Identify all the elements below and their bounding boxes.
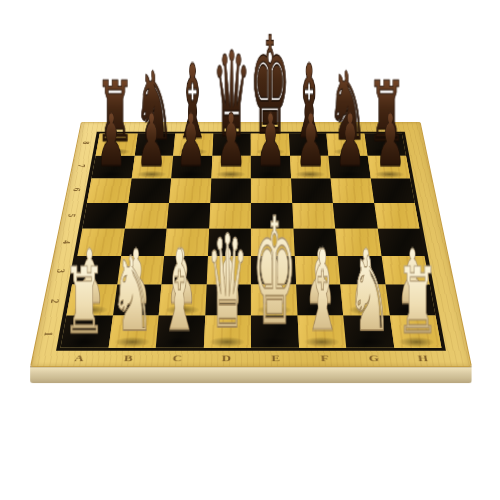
square-f7: ♟ — [290, 155, 331, 178]
square-b4 — [121, 228, 167, 255]
rank-label-1: 1 — [23, 326, 74, 341]
square-h4 — [377, 228, 424, 255]
chess-board: 87654321 ABCDEFGH ♜♞♝♛♚♝♞♜♟♟♟♟♟♟♟♟♟♟♟♟♟♟… — [30, 122, 472, 367]
square-f4 — [293, 228, 338, 255]
square-h8: ♜ — [364, 134, 406, 156]
board-side-edge — [30, 366, 472, 383]
square-g5 — [333, 203, 378, 229]
square-c7: ♟ — [171, 155, 212, 178]
square-b2: ♟ — [113, 284, 162, 315]
rank-label-6: 6 — [55, 184, 98, 195]
file-label-e: E — [251, 351, 300, 367]
rank-label-3: 3 — [37, 264, 85, 277]
square-f5 — [292, 203, 335, 229]
rank-label-7: 7 — [60, 160, 102, 170]
square-f8: ♝ — [289, 134, 329, 156]
rank-label-5: 5 — [49, 209, 94, 221]
square-c2: ♟ — [159, 284, 207, 315]
square-g2: ♟ — [340, 284, 389, 315]
black-king: ♚ — [250, 20, 290, 155]
file-label-b: B — [103, 351, 154, 367]
square-g7: ♟ — [328, 155, 370, 178]
square-d6 — [210, 178, 251, 202]
square-h7: ♟ — [367, 155, 410, 178]
square-f1: ♝ — [297, 315, 346, 348]
square-e8: ♚ — [251, 134, 290, 156]
rank-label-2: 2 — [30, 294, 79, 308]
black-queen: ♛ — [212, 37, 250, 154]
square-h1: ♜ — [389, 315, 441, 348]
black-knight: ♞ — [328, 60, 368, 154]
square-c3 — [161, 256, 207, 285]
black-rook: ♜ — [367, 71, 406, 154]
square-d5 — [209, 203, 251, 229]
file-label-f: F — [300, 351, 350, 367]
square-d4 — [208, 228, 251, 255]
square-b1: ♞ — [108, 315, 159, 348]
board-grid: ♜♞♝♛♚♝♞♜♟♟♟♟♟♟♟♟♟♟♟♟♟♟♟♟♜♞♝♛♚♝♞♜ — [56, 132, 446, 351]
file-label-c: C — [152, 351, 202, 367]
square-g6 — [331, 178, 374, 202]
black-bishop: ♝ — [292, 52, 327, 154]
square-c1: ♝ — [156, 315, 205, 348]
file-label-d: D — [202, 351, 251, 367]
square-e7: ♟ — [251, 155, 291, 178]
square-f2: ♟ — [296, 284, 344, 315]
square-c5 — [167, 203, 210, 229]
file-label-a: A — [53, 351, 105, 367]
square-e3 — [251, 256, 296, 285]
rank-label-4: 4 — [43, 236, 89, 248]
square-b3 — [117, 256, 164, 285]
file-labels: ABCDEFGH — [53, 351, 449, 367]
square-b8: ♞ — [134, 134, 175, 156]
black-knight: ♞ — [134, 60, 174, 154]
square-g3 — [338, 256, 385, 285]
square-h2: ♟ — [385, 284, 435, 315]
square-e2: ♟ — [251, 284, 297, 315]
square-b7: ♟ — [131, 155, 173, 178]
file-label-g: G — [348, 351, 399, 367]
chess-set-photo: 87654321 ABCDEFGH ♜♞♝♛♚♝♞♜♟♟♟♟♟♟♟♟♟♟♟♟♟♟… — [0, 0, 500, 500]
square-d3 — [206, 256, 251, 285]
square-h6 — [370, 178, 414, 202]
square-b5 — [124, 203, 168, 229]
square-e1: ♚ — [251, 315, 299, 348]
black-bishop: ♝ — [175, 52, 210, 154]
square-c4 — [164, 228, 209, 255]
square-g4 — [335, 228, 381, 255]
square-d2: ♟ — [205, 284, 251, 315]
square-d7: ♟ — [211, 155, 251, 178]
square-d8: ♛ — [212, 134, 251, 156]
rank-label-8: 8 — [66, 138, 107, 148]
square-g1: ♞ — [343, 315, 394, 348]
square-h5 — [374, 203, 420, 229]
square-f6 — [291, 178, 333, 202]
square-e6 — [251, 178, 292, 202]
square-b6 — [128, 178, 171, 202]
square-e4 — [251, 228, 294, 255]
file-label-h: H — [397, 351, 449, 367]
square-d1: ♛ — [203, 315, 251, 348]
square-e5 — [251, 203, 293, 229]
square-c8: ♝ — [173, 134, 213, 156]
square-c6 — [169, 178, 211, 202]
square-f3 — [294, 256, 340, 285]
square-g8: ♞ — [326, 134, 367, 156]
square-h3 — [381, 256, 430, 285]
